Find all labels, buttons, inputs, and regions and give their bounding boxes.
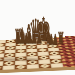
chess-piece-black-pawn-h7: ♟: [52, 32, 59, 46]
pieces-layer: ♜♞♝♛♚♝♞♜♟♟♟♟♟♟♟♟: [0, 0, 75, 75]
product-photo: ♜♞♝♛♚♝♞♜♟♟♟♟♟♟♟♟: [0, 0, 75, 75]
chess-piece-black-pawn-f7: ♟: [36, 31, 43, 45]
